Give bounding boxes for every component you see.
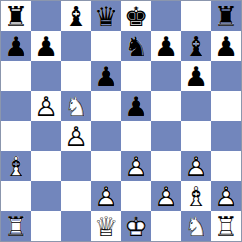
black-pawn[interactable]: ♙♟ <box>1 31 31 61</box>
square-f3[interactable] <box>151 151 181 181</box>
piece-glyph-halo: ♔ <box>121 1 151 31</box>
square-a2[interactable] <box>1 181 31 211</box>
piece-glyph-body: ♟ <box>31 31 61 61</box>
square-e3[interactable]: ♟♙ <box>121 151 151 181</box>
piece-glyph-fill: ♟ <box>61 121 91 151</box>
piece-glyph-fill: ♟ <box>91 181 121 211</box>
piece-glyph-halo: ♙ <box>1 31 31 61</box>
square-d2[interactable]: ♟♙ <box>91 181 121 211</box>
piece-glyph-outline: ♔ <box>121 211 151 241</box>
piece-glyph-body: ♟ <box>181 61 211 91</box>
piece-glyph-fill: ♟ <box>31 91 61 121</box>
square-g7[interactable]: ♗♝ <box>181 31 211 61</box>
piece-glyph-body: ♝ <box>61 1 91 31</box>
piece-glyph-body: ♜ <box>211 1 241 31</box>
black-rook[interactable]: ♖♜ <box>1 1 31 31</box>
piece-glyph-outline: ♙ <box>181 151 211 181</box>
piece-glyph-body: ♞ <box>121 31 151 61</box>
square-e2[interactable] <box>121 181 151 211</box>
square-c1[interactable] <box>61 211 91 241</box>
square-h5[interactable] <box>211 91 241 121</box>
piece-glyph-halo: ♙ <box>31 31 61 61</box>
piece-glyph-outline: ♙ <box>91 181 121 211</box>
white-bishop[interactable]: ♝♗ <box>1 151 31 181</box>
square-a5[interactable] <box>1 91 31 121</box>
black-pawn[interactable]: ♙♟ <box>31 31 61 61</box>
white-knight[interactable]: ♞♘ <box>181 211 211 241</box>
black-queen[interactable]: ♕♛ <box>91 1 121 31</box>
square-f7[interactable]: ♙♟ <box>151 31 181 61</box>
piece-glyph-fill: ♞ <box>61 91 91 121</box>
piece-glyph-outline: ♙ <box>151 181 181 211</box>
piece-glyph-halo: ♕ <box>91 1 121 31</box>
square-a8[interactable]: ♖♜ <box>1 1 31 31</box>
white-pawn[interactable]: ♟♙ <box>211 181 241 211</box>
square-c6[interactable] <box>61 61 91 91</box>
piece-glyph-fill: ♟ <box>211 181 241 211</box>
piece-glyph-outline: ♖ <box>1 211 31 241</box>
square-g1[interactable]: ♞♘ <box>181 211 211 241</box>
white-pawn[interactable]: ♟♙ <box>61 121 91 151</box>
piece-glyph-halo: ♙ <box>211 31 241 61</box>
black-bishop[interactable]: ♗♝ <box>181 31 211 61</box>
square-c3[interactable] <box>61 151 91 181</box>
black-pawn[interactable]: ♙♟ <box>181 61 211 91</box>
white-knight[interactable]: ♞♘ <box>61 91 91 121</box>
black-rook[interactable]: ♖♜ <box>211 1 241 31</box>
square-f2[interactable]: ♟♙ <box>151 181 181 211</box>
piece-glyph-halo: ♖ <box>211 1 241 31</box>
square-a3[interactable]: ♝♗ <box>1 151 31 181</box>
square-d8[interactable]: ♕♛ <box>91 1 121 31</box>
white-rook[interactable]: ♜♖ <box>1 211 31 241</box>
square-h3[interactable] <box>211 151 241 181</box>
chess-board: ♖♜♗♝♕♛♔♚♖♜♙♟♙♟♘♞♙♟♗♝♙♟♙♟♙♟♟♙♞♘♙♟♟♙♝♗♟♙♟♙… <box>1 1 241 241</box>
square-h1[interactable]: ♜♖ <box>211 211 241 241</box>
piece-glyph-halo: ♙ <box>181 61 211 91</box>
piece-glyph-outline: ♕ <box>91 211 121 241</box>
square-h6[interactable] <box>211 61 241 91</box>
square-c2[interactable] <box>61 181 91 211</box>
square-a4[interactable] <box>1 121 31 151</box>
square-a6[interactable] <box>1 61 31 91</box>
piece-glyph-halo: ♙ <box>151 31 181 61</box>
square-h2[interactable]: ♟♙ <box>211 181 241 211</box>
piece-glyph-halo: ♖ <box>1 1 31 31</box>
square-h4[interactable] <box>211 121 241 151</box>
black-pawn[interactable]: ♙♟ <box>151 31 181 61</box>
square-b2[interactable] <box>31 181 61 211</box>
square-d5[interactable] <box>91 91 121 121</box>
piece-glyph-outline: ♙ <box>31 91 61 121</box>
square-g6[interactable]: ♙♟ <box>181 61 211 91</box>
square-g5[interactable] <box>181 91 211 121</box>
piece-glyph-outline: ♘ <box>61 91 91 121</box>
square-b8[interactable] <box>31 1 61 31</box>
square-e6[interactable] <box>121 61 151 91</box>
piece-glyph-body: ♟ <box>211 31 241 61</box>
piece-glyph-outline: ♙ <box>211 181 241 211</box>
square-a1[interactable]: ♜♖ <box>1 211 31 241</box>
square-f5[interactable] <box>151 91 181 121</box>
piece-glyph-fill: ♟ <box>151 181 181 211</box>
square-g3[interactable]: ♟♙ <box>181 151 211 181</box>
piece-glyph-body: ♟ <box>121 91 151 121</box>
square-e7[interactable]: ♘♞ <box>121 31 151 61</box>
square-d7[interactable] <box>91 31 121 61</box>
white-bishop[interactable]: ♝♗ <box>181 181 211 211</box>
white-pawn[interactable]: ♟♙ <box>151 181 181 211</box>
piece-glyph-fill: ♛ <box>91 211 121 241</box>
piece-glyph-outline: ♙ <box>61 121 91 151</box>
square-g8[interactable] <box>181 1 211 31</box>
piece-glyph-body: ♚ <box>121 1 151 31</box>
square-h7[interactable]: ♙♟ <box>211 31 241 61</box>
piece-glyph-body: ♟ <box>1 31 31 61</box>
black-pawn[interactable]: ♙♟ <box>211 31 241 61</box>
black-knight[interactable]: ♘♞ <box>121 31 151 61</box>
square-e5[interactable]: ♙♟ <box>121 91 151 121</box>
square-c5[interactable]: ♞♘ <box>61 91 91 121</box>
chess-board-frame: ♖♜♗♝♕♛♔♚♖♜♙♟♙♟♘♞♙♟♗♝♙♟♙♟♙♟♟♙♞♘♙♟♟♙♝♗♟♙♟♙… <box>0 0 242 242</box>
piece-glyph-halo: ♘ <box>121 31 151 61</box>
square-f8[interactable] <box>151 1 181 31</box>
piece-glyph-body: ♝ <box>181 31 211 61</box>
square-f6[interactable] <box>151 61 181 91</box>
square-b5[interactable]: ♟♙ <box>31 91 61 121</box>
white-pawn[interactable]: ♟♙ <box>31 91 61 121</box>
piece-glyph-halo: ♙ <box>91 61 121 91</box>
square-g2[interactable]: ♝♗ <box>181 181 211 211</box>
white-pawn[interactable]: ♟♙ <box>91 181 121 211</box>
piece-glyph-outline: ♗ <box>181 181 211 211</box>
white-king[interactable]: ♚♔ <box>121 211 151 241</box>
square-a7[interactable]: ♙♟ <box>1 31 31 61</box>
square-d4[interactable] <box>91 121 121 151</box>
piece-glyph-body: ♜ <box>1 1 31 31</box>
piece-glyph-fill: ♜ <box>1 211 31 241</box>
square-b3[interactable] <box>31 151 61 181</box>
white-rook[interactable]: ♜♖ <box>211 211 241 241</box>
white-pawn[interactable]: ♟♙ <box>181 151 211 181</box>
black-pawn[interactable]: ♙♟ <box>91 61 121 91</box>
white-queen[interactable]: ♛♕ <box>91 211 121 241</box>
square-c7[interactable] <box>61 31 91 61</box>
piece-glyph-fill: ♟ <box>121 151 151 181</box>
square-f4[interactable] <box>151 121 181 151</box>
piece-glyph-halo: ♙ <box>121 91 151 121</box>
piece-glyph-body: ♟ <box>91 61 121 91</box>
piece-glyph-halo: ♗ <box>61 1 91 31</box>
piece-glyph-fill: ♝ <box>181 181 211 211</box>
piece-glyph-fill: ♜ <box>211 211 241 241</box>
square-c8[interactable]: ♗♝ <box>61 1 91 31</box>
piece-glyph-fill: ♞ <box>181 211 211 241</box>
square-b7[interactable]: ♙♟ <box>31 31 61 61</box>
white-pawn[interactable]: ♟♙ <box>121 151 151 181</box>
square-d6[interactable]: ♙♟ <box>91 61 121 91</box>
square-g4[interactable] <box>181 121 211 151</box>
piece-glyph-fill: ♚ <box>121 211 151 241</box>
square-d1[interactable]: ♛♕ <box>91 211 121 241</box>
square-e4[interactable] <box>121 121 151 151</box>
square-h8[interactable]: ♖♜ <box>211 1 241 31</box>
piece-glyph-outline: ♙ <box>121 151 151 181</box>
square-f1[interactable] <box>151 211 181 241</box>
piece-glyph-outline: ♘ <box>181 211 211 241</box>
piece-glyph-body: ♛ <box>91 1 121 31</box>
square-b1[interactable] <box>31 211 61 241</box>
black-bishop[interactable]: ♗♝ <box>61 1 91 31</box>
square-e8[interactable]: ♔♚ <box>121 1 151 31</box>
piece-glyph-outline: ♗ <box>1 151 31 181</box>
piece-glyph-body: ♟ <box>151 31 181 61</box>
square-b4[interactable] <box>31 121 61 151</box>
square-c4[interactable]: ♟♙ <box>61 121 91 151</box>
square-e1[interactable]: ♚♔ <box>121 211 151 241</box>
square-d3[interactable] <box>91 151 121 181</box>
black-king[interactable]: ♔♚ <box>121 1 151 31</box>
piece-glyph-fill: ♟ <box>181 151 211 181</box>
piece-glyph-outline: ♖ <box>211 211 241 241</box>
piece-glyph-fill: ♝ <box>1 151 31 181</box>
square-b6[interactable] <box>31 61 61 91</box>
piece-glyph-halo: ♗ <box>181 31 211 61</box>
black-pawn[interactable]: ♙♟ <box>121 91 151 121</box>
